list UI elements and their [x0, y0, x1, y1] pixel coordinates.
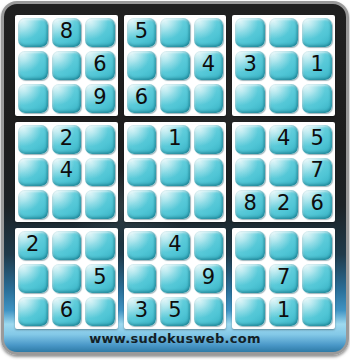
cell-r9c4: 3	[127, 297, 157, 326]
cell-r5c5[interactable]	[160, 158, 190, 187]
box-1: 869	[15, 15, 118, 116]
cell-r6c2[interactable]	[52, 190, 82, 219]
box-4: 24	[15, 122, 118, 223]
sudoku-grid: 86954631241457826256493571	[15, 15, 335, 329]
cell-r2c8[interactable]	[269, 51, 299, 80]
cell-r7c9[interactable]	[302, 231, 332, 260]
cell-r3c9[interactable]	[302, 84, 332, 113]
sudoku-page: 86954631241457826256493571 www.sudokuswe…	[0, 0, 350, 360]
cell-r1c2: 8	[52, 18, 82, 47]
cell-r2c5[interactable]	[160, 51, 190, 80]
cell-r4c5: 1	[160, 125, 190, 154]
cell-r5c1[interactable]	[18, 158, 48, 187]
given-digit: 4	[277, 128, 290, 149]
cell-r3c4: 6	[127, 84, 157, 113]
given-digit: 6	[135, 87, 148, 108]
given-digit: 9	[202, 267, 215, 288]
box-9: 71	[232, 228, 335, 329]
cell-r2c2[interactable]	[52, 51, 82, 80]
cell-r8c4[interactable]	[127, 264, 157, 293]
box-6: 457826	[232, 122, 335, 223]
given-digit: 6	[60, 300, 73, 321]
cell-r8c8: 7	[269, 264, 299, 293]
cell-r9c3[interactable]	[85, 297, 115, 326]
cell-r5c6[interactable]	[194, 158, 224, 187]
cell-r4c8: 4	[269, 125, 299, 154]
cell-r9c9[interactable]	[302, 297, 332, 326]
given-digit: 7	[311, 160, 324, 181]
cell-r6c6[interactable]	[194, 190, 224, 219]
given-digit: 4	[168, 234, 181, 255]
given-digit: 5	[168, 300, 181, 321]
box-2: 546	[124, 15, 227, 116]
given-digit: 7	[277, 267, 290, 288]
sudoku-board-frame: 86954631241457826256493571 www.sudokuswe…	[1, 1, 349, 355]
given-digit: 9	[93, 87, 106, 108]
cell-r7c2[interactable]	[52, 231, 82, 260]
cell-r5c3[interactable]	[85, 158, 115, 187]
cell-r9c1[interactable]	[18, 297, 48, 326]
cell-r1c1[interactable]	[18, 18, 48, 47]
cell-r8c3: 5	[85, 264, 115, 293]
cell-r8c9[interactable]	[302, 264, 332, 293]
cell-r3c6[interactable]	[194, 84, 224, 113]
cell-r2c1[interactable]	[18, 51, 48, 80]
cell-r3c7[interactable]	[235, 84, 265, 113]
cell-r5c2: 4	[52, 158, 82, 187]
given-digit: 6	[93, 54, 106, 75]
cell-r3c8[interactable]	[269, 84, 299, 113]
given-digit: 2	[26, 234, 39, 255]
cell-r2c9: 1	[302, 51, 332, 80]
cell-r2c7: 3	[235, 51, 265, 80]
cell-r9c8: 1	[269, 297, 299, 326]
given-digit: 1	[168, 128, 181, 149]
given-digit: 6	[311, 193, 324, 214]
cell-r9c7[interactable]	[235, 297, 265, 326]
given-digit: 2	[277, 193, 290, 214]
given-digit: 3	[135, 300, 148, 321]
cell-r3c3: 9	[85, 84, 115, 113]
cell-r9c6[interactable]	[194, 297, 224, 326]
cell-r2c4[interactable]	[127, 51, 157, 80]
cell-r9c5: 5	[160, 297, 190, 326]
cell-r1c8[interactable]	[269, 18, 299, 47]
cell-r4c3[interactable]	[85, 125, 115, 154]
box-3: 31	[232, 15, 335, 116]
cell-r1c5[interactable]	[160, 18, 190, 47]
given-digit: 4	[60, 160, 73, 181]
cell-r6c8: 2	[269, 190, 299, 219]
cell-r7c3[interactable]	[85, 231, 115, 260]
cell-r6c1[interactable]	[18, 190, 48, 219]
cell-r5c7[interactable]	[235, 158, 265, 187]
cell-r1c9[interactable]	[302, 18, 332, 47]
cell-r5c9: 7	[302, 158, 332, 187]
cell-r6c9: 6	[302, 190, 332, 219]
cell-r1c4: 5	[127, 18, 157, 47]
cell-r4c4[interactable]	[127, 125, 157, 154]
box-5: 1	[124, 122, 227, 223]
given-digit: 5	[311, 128, 324, 149]
cell-r7c6[interactable]	[194, 231, 224, 260]
given-digit: 5	[93, 267, 106, 288]
cell-r8c1[interactable]	[18, 264, 48, 293]
cell-r6c5[interactable]	[160, 190, 190, 219]
cell-r4c9: 5	[302, 125, 332, 154]
cell-r7c5: 4	[160, 231, 190, 260]
cell-r5c8[interactable]	[269, 158, 299, 187]
cell-r1c7[interactable]	[235, 18, 265, 47]
cell-r2c3: 6	[85, 51, 115, 80]
cell-r8c7[interactable]	[235, 264, 265, 293]
cell-r3c2[interactable]	[52, 84, 82, 113]
given-digit: 8	[60, 21, 73, 42]
cell-r3c1[interactable]	[18, 84, 48, 113]
cell-r2c6: 4	[194, 51, 224, 80]
cell-r7c1: 2	[18, 231, 48, 260]
cell-r8c5[interactable]	[160, 264, 190, 293]
given-digit: 4	[202, 54, 215, 75]
cell-r1c6[interactable]	[194, 18, 224, 47]
given-digit: 5	[135, 21, 148, 42]
cell-r7c7[interactable]	[235, 231, 265, 260]
cell-r8c6: 9	[194, 264, 224, 293]
given-digit: 8	[243, 193, 256, 214]
cell-r3c5[interactable]	[160, 84, 190, 113]
box-8: 4935	[124, 228, 227, 329]
site-url-link[interactable]: www.sudokusweb.com	[89, 331, 261, 346]
cell-r6c7: 8	[235, 190, 265, 219]
cell-r5c4[interactable]	[127, 158, 157, 187]
cell-r9c2: 6	[52, 297, 82, 326]
cell-r4c1[interactable]	[18, 125, 48, 154]
cell-r7c4[interactable]	[127, 231, 157, 260]
cell-r1c3[interactable]	[85, 18, 115, 47]
given-digit: 3	[243, 54, 256, 75]
box-7: 256	[15, 228, 118, 329]
footer-banner: www.sudokusweb.com	[4, 328, 346, 352]
cell-r6c4[interactable]	[127, 190, 157, 219]
cell-r4c2: 2	[52, 125, 82, 154]
given-digit: 1	[311, 54, 324, 75]
given-digit: 2	[60, 128, 73, 149]
cell-r6c3[interactable]	[85, 190, 115, 219]
cell-r4c6[interactable]	[194, 125, 224, 154]
cell-r7c8[interactable]	[269, 231, 299, 260]
cell-r8c2[interactable]	[52, 264, 82, 293]
given-digit: 1	[277, 300, 290, 321]
cell-r4c7[interactable]	[235, 125, 265, 154]
